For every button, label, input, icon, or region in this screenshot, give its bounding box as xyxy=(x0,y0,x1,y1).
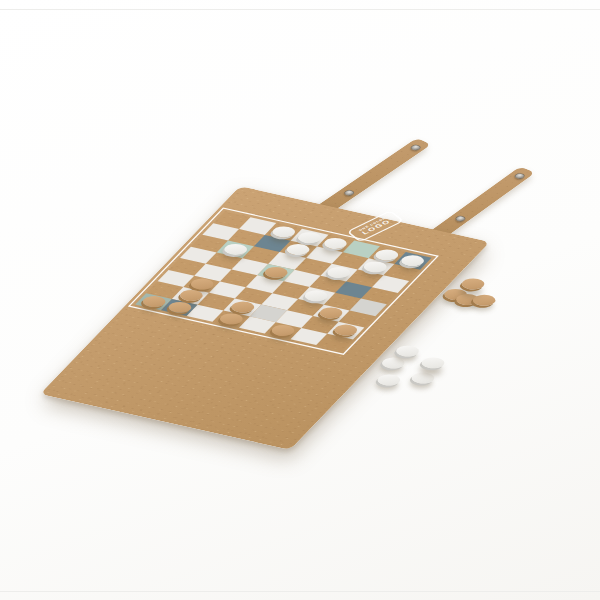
strap-snap-icon xyxy=(453,215,467,223)
strap-snap-icon xyxy=(513,172,527,180)
spare-white-piece[interactable] xyxy=(408,371,438,385)
strap-snap-icon xyxy=(409,144,423,152)
spare-tan-piece[interactable] xyxy=(458,277,488,291)
spare-white-piece[interactable] xyxy=(374,373,404,387)
product-photo-scene: ONE COLOR LOGO xyxy=(0,0,600,600)
spare-white-piece[interactable] xyxy=(378,356,408,370)
cork-mat: ONE COLOR LOGO xyxy=(40,186,490,450)
photo-bottom-border xyxy=(0,591,600,592)
strap-snap-icon xyxy=(342,189,356,197)
photo-top-border xyxy=(0,9,600,10)
spare-white-piece[interactable] xyxy=(392,344,422,358)
spare-white-piece[interactable] xyxy=(418,356,448,370)
